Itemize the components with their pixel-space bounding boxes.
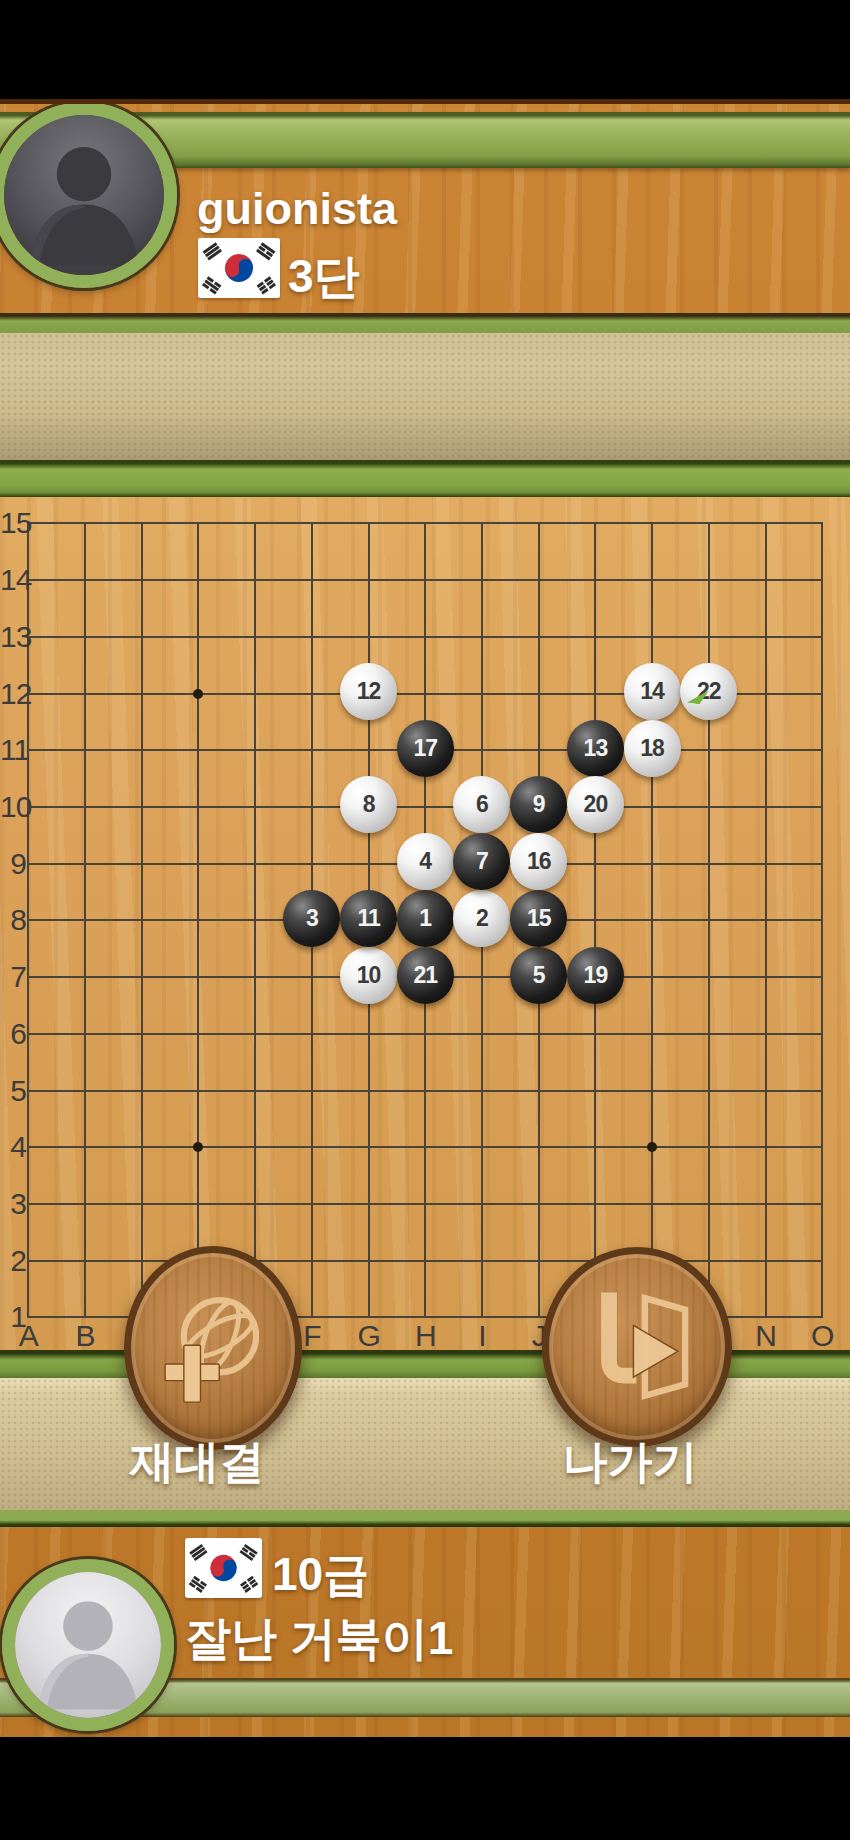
stone-move-number: 18	[640, 735, 664, 762]
top-player-rank: 3단	[288, 246, 360, 308]
row-label: 2	[0, 1244, 26, 1278]
bottom-player-name: 잘난 거북이1	[185, 1608, 453, 1670]
stone-move-number: 17	[413, 735, 437, 762]
stone-white-12: 12	[340, 663, 397, 720]
column-label: H	[403, 1320, 447, 1352]
stone-white-16: 16	[510, 833, 567, 890]
stone-white-8: 8	[340, 776, 397, 833]
stone-move-number: 9	[533, 791, 545, 818]
korea-flag-icon	[185, 1538, 262, 1598]
grid-line-vertical	[765, 522, 767, 1318]
row-label: 9	[0, 847, 26, 881]
stone-black-13: 13	[567, 720, 624, 777]
row-label: 11	[0, 733, 26, 767]
stone-white-10: 10	[340, 947, 397, 1004]
stone-black-19: 19	[567, 947, 624, 1004]
stone-move-number: 1	[419, 905, 431, 932]
stone-white-14: 14	[624, 663, 681, 720]
stone-move-number: 15	[527, 905, 551, 932]
star-point	[647, 1142, 657, 1152]
row-label: 12	[0, 677, 26, 711]
stone-move-number: 21	[413, 962, 437, 989]
column-label: I	[460, 1320, 504, 1352]
stone-move-number: 13	[584, 735, 608, 762]
panel-divider	[0, 99, 850, 104]
tan-texture-panel-bottom	[0, 1378, 850, 1510]
grid-line-vertical	[821, 522, 823, 1318]
korea-flag-icon	[198, 238, 280, 298]
row-label: 1	[0, 1300, 26, 1334]
row-label: 13	[0, 620, 26, 654]
stone-black-15: 15	[510, 890, 567, 947]
stone-white-2: 2	[453, 890, 510, 947]
green-band-lower	[0, 1510, 850, 1527]
column-label: N	[744, 1320, 788, 1352]
grid-line-vertical	[708, 522, 710, 1318]
column-label: O	[800, 1320, 844, 1352]
stone-move-number: 19	[584, 962, 608, 989]
top-player-name: guionista	[197, 183, 397, 235]
stone-white-18: 18	[624, 720, 681, 777]
rematch-globe-icon	[154, 1279, 272, 1417]
grid-line-horizontal	[27, 1090, 823, 1092]
row-label: 4	[0, 1130, 26, 1164]
stone-black-7: 7	[453, 833, 510, 890]
exit-door-arrow-icon	[576, 1281, 698, 1413]
stone-white-6: 6	[453, 776, 510, 833]
grid-line-vertical	[651, 522, 653, 1318]
grid-line-horizontal	[27, 1203, 823, 1205]
column-label: B	[63, 1320, 107, 1352]
stone-black-21: 21	[397, 947, 454, 1004]
stone-black-3: 3	[283, 890, 340, 947]
gomoku-board[interactable]: 15A14B13C12D11E10F9G8H7I6J5K4L3M2N1O1234…	[0, 497, 850, 1350]
person-silhouette-icon	[4, 115, 164, 275]
row-label: 5	[0, 1074, 26, 1108]
omok-match-screen: 15A14B13C12D11E10F9G8H7I6J5K4L3M2N1O1234…	[0, 0, 850, 1840]
grid-line-horizontal	[27, 1033, 823, 1035]
stone-white-4: 4	[397, 833, 454, 890]
stone-move-number: 20	[584, 791, 608, 818]
stone-white-20: 20	[567, 776, 624, 833]
stone-black-11: 11	[340, 890, 397, 947]
grid-line-horizontal	[27, 1146, 823, 1148]
stone-move-number: 7	[476, 848, 488, 875]
stone-move-number: 12	[357, 678, 381, 705]
stone-black-5: 5	[510, 947, 567, 1004]
stone-black-9: 9	[510, 776, 567, 833]
status-bar-bottom	[0, 1737, 850, 1840]
stone-move-number: 14	[640, 678, 664, 705]
stone-move-number: 4	[419, 848, 431, 875]
status-bar-top	[0, 0, 850, 99]
star-point	[193, 1142, 203, 1152]
grid-line-horizontal	[27, 1260, 823, 1262]
grid-line-vertical	[594, 522, 596, 1318]
stone-move-number: 3	[306, 905, 318, 932]
row-label: 15	[0, 506, 26, 540]
exit-button[interactable]	[542, 1247, 732, 1447]
tan-texture-panel-top	[0, 333, 850, 460]
stone-move-number: 6	[476, 791, 488, 818]
bottom-player-rank: 10급	[272, 1544, 369, 1606]
row-label: 10	[0, 790, 26, 824]
stone-move-number: 5	[533, 962, 545, 989]
rematch-button[interactable]	[124, 1246, 302, 1450]
stone-black-17: 17	[397, 720, 454, 777]
star-point	[193, 689, 203, 699]
row-label: 6	[0, 1017, 26, 1051]
top-player-avatar	[0, 102, 177, 288]
person-silhouette-icon	[15, 1572, 161, 1718]
green-band-upper	[0, 313, 850, 333]
stone-move-number: 2	[476, 905, 488, 932]
stone-move-number: 10	[357, 962, 381, 989]
rematch-button-label[interactable]: 재대결	[130, 1432, 265, 1492]
stone-black-1: 1	[397, 890, 454, 947]
stone-white-22: 22	[680, 663, 737, 720]
green-band-above-board	[0, 460, 850, 497]
exit-button-label[interactable]: 나가기	[563, 1432, 698, 1492]
row-label: 3	[0, 1187, 26, 1221]
column-label: G	[347, 1320, 391, 1352]
row-label: 7	[0, 960, 26, 994]
row-label: 14	[0, 563, 26, 597]
stone-move-number: 11	[357, 905, 379, 932]
row-label: 8	[0, 903, 26, 937]
stone-move-number: 16	[527, 848, 551, 875]
bottom-player-avatar	[2, 1559, 174, 1731]
stone-move-number: 8	[363, 791, 375, 818]
